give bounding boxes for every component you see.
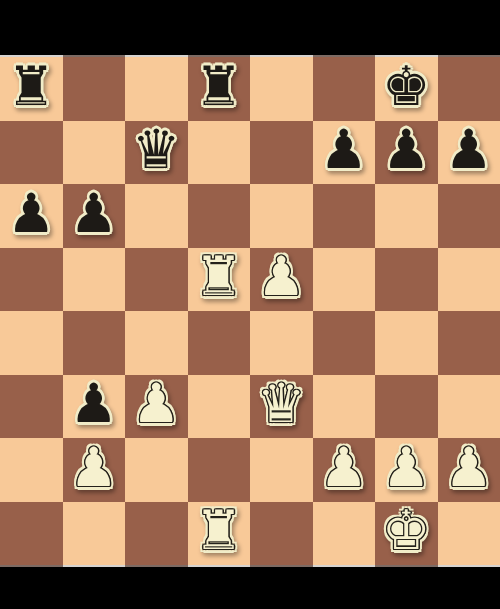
square-f7[interactable]: ♟ xyxy=(313,121,376,185)
square-a3[interactable] xyxy=(0,375,63,439)
square-h6[interactable] xyxy=(438,184,500,248)
square-a7[interactable] xyxy=(0,121,63,185)
square-c4[interactable] xyxy=(125,311,188,375)
square-d8[interactable]: ♜ xyxy=(188,57,251,121)
bevel-segment xyxy=(63,565,126,567)
black-pawn[interactable]: ♟ xyxy=(445,123,493,177)
black-pawn[interactable]: ♟ xyxy=(70,377,118,431)
white-king[interactable]: ♚ xyxy=(382,504,430,558)
white-pawn[interactable]: ♟ xyxy=(382,441,430,495)
square-g8[interactable]: ♚ xyxy=(375,57,438,121)
game-screenshot: ♜♜♚♛♟♟♟♟♟♜♟♟♟♛♟♟♟♟♜♚ xyxy=(0,0,500,609)
square-f3[interactable] xyxy=(313,375,376,439)
white-pawn[interactable]: ♟ xyxy=(132,377,180,431)
square-h2[interactable]: ♟ xyxy=(438,438,500,502)
bevel-segment xyxy=(250,565,313,567)
square-b3[interactable]: ♟ xyxy=(63,375,126,439)
bevel-segment xyxy=(0,565,63,567)
square-e2[interactable] xyxy=(250,438,313,502)
square-c2[interactable] xyxy=(125,438,188,502)
square-f5[interactable] xyxy=(313,248,376,312)
black-pawn[interactable]: ♟ xyxy=(70,187,118,241)
square-h8[interactable] xyxy=(438,57,500,121)
white-queen[interactable]: ♛ xyxy=(257,377,305,431)
black-pawn[interactable]: ♟ xyxy=(7,187,55,241)
square-g7[interactable]: ♟ xyxy=(375,121,438,185)
chess-board-area: ♜♜♚♛♟♟♟♟♟♜♟♟♟♛♟♟♟♟♜♚ xyxy=(0,55,500,567)
white-pawn[interactable]: ♟ xyxy=(257,250,305,304)
square-a2[interactable] xyxy=(0,438,63,502)
square-d2[interactable] xyxy=(188,438,251,502)
chess-board[interactable]: ♜♜♚♛♟♟♟♟♟♜♟♟♟♛♟♟♟♟♜♚ xyxy=(0,57,500,565)
black-pawn[interactable]: ♟ xyxy=(320,123,368,177)
square-e8[interactable] xyxy=(250,57,313,121)
square-c1[interactable] xyxy=(125,502,188,566)
black-rook[interactable]: ♜ xyxy=(7,60,55,114)
square-e7[interactable] xyxy=(250,121,313,185)
square-a5[interactable] xyxy=(0,248,63,312)
square-d5[interactable]: ♜ xyxy=(188,248,251,312)
square-c8[interactable] xyxy=(125,57,188,121)
square-b8[interactable] xyxy=(63,57,126,121)
white-rook[interactable]: ♜ xyxy=(195,250,243,304)
square-f2[interactable]: ♟ xyxy=(313,438,376,502)
square-g3[interactable] xyxy=(375,375,438,439)
black-king[interactable]: ♚ xyxy=(382,60,430,114)
square-g2[interactable]: ♟ xyxy=(375,438,438,502)
square-g5[interactable] xyxy=(375,248,438,312)
square-h3[interactable] xyxy=(438,375,500,439)
square-h4[interactable] xyxy=(438,311,500,375)
black-queen[interactable]: ♛ xyxy=(132,123,180,177)
square-f8[interactable] xyxy=(313,57,376,121)
square-f6[interactable] xyxy=(313,184,376,248)
white-pawn[interactable]: ♟ xyxy=(320,441,368,495)
white-pawn[interactable]: ♟ xyxy=(70,441,118,495)
white-pawn[interactable]: ♟ xyxy=(445,441,493,495)
square-a4[interactable] xyxy=(0,311,63,375)
square-e1[interactable] xyxy=(250,502,313,566)
square-d7[interactable] xyxy=(188,121,251,185)
bevel-segment xyxy=(438,565,500,567)
black-pawn[interactable]: ♟ xyxy=(382,123,430,177)
square-g1[interactable]: ♚ xyxy=(375,502,438,566)
board-bottom-bevel xyxy=(0,565,500,567)
square-e5[interactable]: ♟ xyxy=(250,248,313,312)
square-b1[interactable] xyxy=(63,502,126,566)
square-e6[interactable] xyxy=(250,184,313,248)
square-c5[interactable] xyxy=(125,248,188,312)
square-a8[interactable]: ♜ xyxy=(0,57,63,121)
square-d4[interactable] xyxy=(188,311,251,375)
bevel-segment xyxy=(125,565,188,567)
bevel-segment xyxy=(313,565,376,567)
black-rook[interactable]: ♜ xyxy=(195,60,243,114)
square-h5[interactable] xyxy=(438,248,500,312)
bevel-segment xyxy=(375,565,438,567)
square-h7[interactable]: ♟ xyxy=(438,121,500,185)
square-b4[interactable] xyxy=(63,311,126,375)
square-b5[interactable] xyxy=(63,248,126,312)
square-f4[interactable] xyxy=(313,311,376,375)
square-d1[interactable]: ♜ xyxy=(188,502,251,566)
square-a1[interactable] xyxy=(0,502,63,566)
bevel-segment xyxy=(188,565,251,567)
square-e3[interactable]: ♛ xyxy=(250,375,313,439)
square-c7[interactable]: ♛ xyxy=(125,121,188,185)
square-h1[interactable] xyxy=(438,502,500,566)
square-d3[interactable] xyxy=(188,375,251,439)
white-rook[interactable]: ♜ xyxy=(195,504,243,558)
square-c6[interactable] xyxy=(125,184,188,248)
square-d6[interactable] xyxy=(188,184,251,248)
square-c3[interactable]: ♟ xyxy=(125,375,188,439)
square-b2[interactable]: ♟ xyxy=(63,438,126,502)
square-f1[interactable] xyxy=(313,502,376,566)
square-g4[interactable] xyxy=(375,311,438,375)
square-a6[interactable]: ♟ xyxy=(0,184,63,248)
square-e4[interactable] xyxy=(250,311,313,375)
square-b6[interactable]: ♟ xyxy=(63,184,126,248)
square-g6[interactable] xyxy=(375,184,438,248)
square-b7[interactable] xyxy=(63,121,126,185)
